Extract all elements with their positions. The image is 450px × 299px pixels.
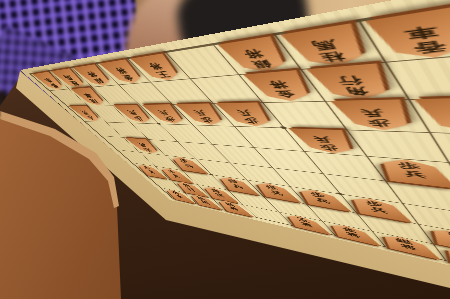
screenshot-root: 香 車桂 馬銀 将金 将王 将銀 将桂 馬香 車飛 車金 将角 行歩 兵歩 兵歩… [0,0,450,299]
piece-kanji: 香 車 [373,18,450,58]
